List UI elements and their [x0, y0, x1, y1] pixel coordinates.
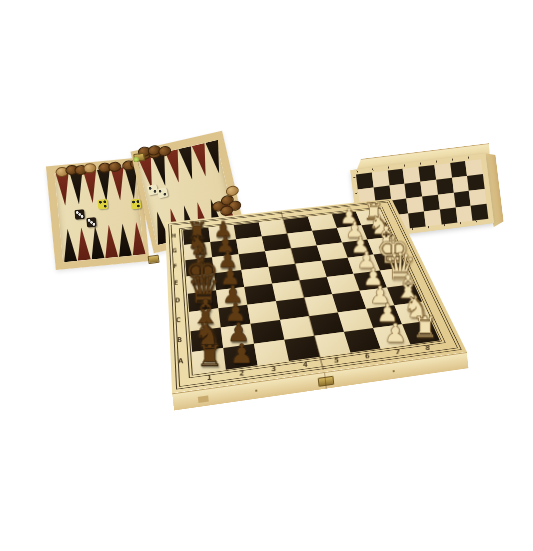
screw-dot	[393, 370, 395, 372]
rank-label-7: 7	[395, 348, 400, 356]
die-yellow[interactable]	[130, 199, 141, 210]
square-a3[interactable]	[344, 328, 381, 353]
backgammon-point[interactable]	[111, 167, 127, 201]
piece-white-pawn[interactable]: ♟	[384, 320, 407, 346]
file-label-c: C	[176, 316, 181, 323]
square-g6[interactable]	[236, 236, 265, 254]
chess-board: ♜♟♟♜♞♟♟♞♝♟♟♝♚♟♟♚♛♟♟♛♝♟♟♝♞♟♟♞♜♟♟♜ ABCDEFG…	[146, 52, 506, 388]
piece-white-rook[interactable]: ♜	[412, 313, 438, 342]
file-label-b: B	[177, 336, 182, 344]
backgammon-point[interactable]	[56, 172, 72, 206]
piece-black-rook[interactable]: ♜	[196, 341, 223, 371]
product-photo-stage: ♜♟♟♜♞♟♟♞♝♟♟♝♚♟♟♚♛♟♟♛♝♟♟♝♞♟♟♞♜♟♟♜ ABCDEFG…	[0, 0, 533, 551]
rank-label-5: 5	[334, 357, 339, 365]
backgammon-point[interactable]	[69, 171, 85, 205]
square-a8[interactable]: ♜	[192, 348, 226, 374]
die-black[interactable]	[86, 217, 97, 228]
rank-label-3: 3	[271, 365, 276, 373]
chess-board-plane: ♜♟♟♜♞♟♟♞♝♟♟♝♚♟♟♚♛♟♟♛♝♟♟♝♞♟♟♞♜♟♟♜ ABCDEFG…	[165, 199, 467, 394]
rank-label-1: 1	[207, 374, 212, 382]
rank-label-8: 8	[425, 344, 430, 352]
square-a6[interactable]	[254, 340, 289, 366]
backgammon-point[interactable]	[130, 221, 146, 255]
backgammon-point[interactable]	[102, 224, 118, 258]
chess-grid: ♜♟♟♜♞♟♟♞♝♟♟♝♚♟♟♚♛♟♟♛♝♟♟♝♞♟♟♞♜♟♟♜	[183, 209, 440, 374]
backgammon-point[interactable]	[88, 225, 104, 259]
file-label-h: H	[171, 233, 176, 239]
file-label-a: A	[178, 357, 183, 365]
rank-label-4: 4	[303, 361, 308, 369]
backgammon-point[interactable]	[97, 168, 113, 202]
backgammon-point[interactable]	[116, 223, 132, 257]
square-a1[interactable]: ♜	[402, 320, 440, 344]
backgammon-point[interactable]	[61, 228, 77, 262]
die-yellow[interactable]	[97, 199, 108, 210]
backgammon-point[interactable]	[83, 170, 99, 204]
finger-joint-notch	[198, 395, 209, 403]
screw-dot	[255, 390, 257, 392]
file-label-e: E	[174, 280, 178, 287]
die-black[interactable]	[74, 209, 85, 220]
piece-black-pawn[interactable]: ♟	[230, 340, 254, 367]
square-a7[interactable]: ♟	[223, 344, 257, 370]
file-label-f: F	[173, 263, 177, 270]
backgammon-left-half	[46, 157, 150, 270]
file-label-g: G	[172, 247, 177, 254]
backgammon-point[interactable]	[75, 227, 91, 261]
file-label-d: D	[175, 297, 180, 304]
square-a2[interactable]: ♟	[373, 324, 410, 348]
rank-label-6: 6	[365, 352, 370, 360]
rank-label-2: 2	[239, 370, 244, 378]
